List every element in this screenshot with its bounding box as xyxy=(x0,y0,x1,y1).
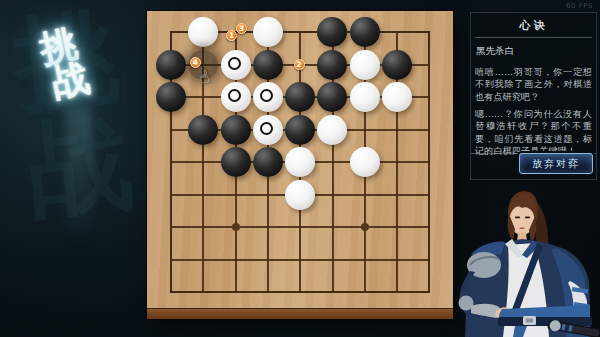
black-stone xyxy=(350,17,380,47)
board-wood-surface[interactable]: 1234☝ xyxy=(147,11,453,308)
intersection[interactable] xyxy=(155,243,187,276)
intersection xyxy=(381,81,413,114)
black-stone xyxy=(221,147,251,177)
intersection[interactable] xyxy=(413,211,445,244)
white-stone xyxy=(350,50,380,80)
intersection[interactable] xyxy=(413,146,445,179)
black-stone xyxy=(285,82,315,112)
intersection[interactable] xyxy=(252,211,284,244)
intersection[interactable] xyxy=(316,211,348,244)
intersection[interactable] xyxy=(155,276,187,309)
intersection[interactable] xyxy=(155,113,187,146)
panel-footer: 放弃对弈 xyxy=(471,149,596,154)
black-stone xyxy=(221,115,251,145)
intersection[interactable] xyxy=(316,276,348,309)
black-stone xyxy=(156,82,186,112)
intersection[interactable] xyxy=(219,178,251,211)
banner-background-calligraphy: 挑 xyxy=(7,0,125,137)
intersection[interactable] xyxy=(349,211,381,244)
intersection[interactable] xyxy=(381,178,413,211)
banner-background-calligraphy: 战 xyxy=(21,93,139,243)
black-stone xyxy=(253,147,283,177)
give-up-game-button[interactable]: 放弃对弈 xyxy=(519,153,593,174)
intersection xyxy=(219,146,251,179)
white-stone-marked xyxy=(253,82,283,112)
circle-mark-icon xyxy=(228,57,241,70)
intersection[interactable] xyxy=(381,146,413,179)
white-stone xyxy=(350,147,380,177)
intersection[interactable] xyxy=(349,113,381,146)
puzzle-objective: 黑先杀白 xyxy=(476,45,592,58)
black-stone xyxy=(317,17,347,47)
intersection[interactable] xyxy=(219,211,251,244)
intersection xyxy=(284,146,316,179)
intersection[interactable] xyxy=(187,276,219,309)
white-stone-marked xyxy=(221,82,251,112)
intersection[interactable] xyxy=(413,16,445,49)
intersection[interactable] xyxy=(413,48,445,81)
intersection[interactable] xyxy=(252,178,284,211)
banner-glow-streak xyxy=(66,106,92,246)
intersection xyxy=(284,113,316,146)
intersection[interactable] xyxy=(413,243,445,276)
intersection[interactable] xyxy=(349,276,381,309)
intersection[interactable] xyxy=(381,16,413,49)
intersection xyxy=(316,81,348,114)
intersection[interactable] xyxy=(413,178,445,211)
intersection[interactable] xyxy=(413,81,445,114)
black-stone xyxy=(188,115,218,145)
black-stone xyxy=(156,50,186,80)
intersection xyxy=(381,48,413,81)
circle-mark-icon xyxy=(260,122,273,135)
banner-char-challenge-1: 挑 xyxy=(35,19,82,76)
dialog-paragraph: 嘻嘻……羽哥哥，你一定想不到我除了画之外，对棋道也有点研究吧？ xyxy=(475,66,592,103)
white-stone xyxy=(382,82,412,112)
white-stone xyxy=(285,180,315,210)
move-hint-badge-4: 4 xyxy=(190,57,201,68)
black-stone xyxy=(382,50,412,80)
intersection[interactable] xyxy=(284,211,316,244)
white-stone xyxy=(188,17,218,47)
board-bevel-edge xyxy=(147,308,453,319)
intersection[interactable] xyxy=(219,276,251,309)
panel-divider xyxy=(475,37,592,38)
challenge-banner: 挑 战 挑 战 xyxy=(22,6,132,236)
intersection xyxy=(349,48,381,81)
intersection[interactable] xyxy=(252,276,284,309)
intersection[interactable] xyxy=(219,243,251,276)
intersection[interactable] xyxy=(284,243,316,276)
intersection[interactable] xyxy=(284,16,316,49)
white-stone xyxy=(253,17,283,47)
intersection[interactable] xyxy=(187,146,219,179)
intersection[interactable] xyxy=(284,276,316,309)
intersection xyxy=(155,48,187,81)
black-stone xyxy=(253,50,283,80)
intersection[interactable] xyxy=(316,243,348,276)
intersection[interactable] xyxy=(381,211,413,244)
intersection xyxy=(284,81,316,114)
intersection[interactable] xyxy=(349,178,381,211)
circle-mark-icon xyxy=(228,89,241,102)
intersection xyxy=(252,48,284,81)
black-stone xyxy=(317,50,347,80)
move-hint-badge-3: 3 xyxy=(236,23,247,34)
intersection xyxy=(252,16,284,49)
intersection[interactable] xyxy=(349,243,381,276)
intersection xyxy=(155,81,187,114)
intersection xyxy=(316,16,348,49)
intersection xyxy=(219,113,251,146)
intersection[interactable] xyxy=(155,16,187,49)
intersection[interactable] xyxy=(413,113,445,146)
intersection xyxy=(349,81,381,114)
intersection[interactable] xyxy=(155,211,187,244)
intersection xyxy=(349,146,381,179)
intersection[interactable] xyxy=(413,276,445,309)
white-stone xyxy=(350,82,380,112)
black-stone xyxy=(317,82,347,112)
move-hint-badge-1: 1 xyxy=(226,30,237,41)
go-board[interactable]: 1234☝ xyxy=(147,11,453,319)
intersection[interactable] xyxy=(381,276,413,309)
character-illustration xyxy=(438,185,600,337)
intersection[interactable] xyxy=(316,146,348,179)
intersection xyxy=(187,113,219,146)
intersection xyxy=(316,48,348,81)
intersection[interactable] xyxy=(155,178,187,211)
intersection[interactable] xyxy=(252,243,284,276)
panel-title: 心诀 xyxy=(475,18,592,33)
intersection xyxy=(252,81,284,114)
intersection[interactable] xyxy=(155,146,187,179)
white-stone xyxy=(317,115,347,145)
intersection[interactable] xyxy=(381,243,413,276)
black-stone xyxy=(285,115,315,145)
intersection xyxy=(219,81,251,114)
white-stone-marked xyxy=(253,115,283,145)
intersection xyxy=(252,146,284,179)
intersection[interactable] xyxy=(187,211,219,244)
fps-counter: 60 FPS xyxy=(566,2,593,10)
white-stone-marked xyxy=(221,50,251,80)
star-point xyxy=(361,223,369,231)
dialog-panel: 心诀 黑先杀白 嘻嘻……羽哥哥，你一定想不到我除了画之外，对棋道也有点研究吧？ … xyxy=(470,12,597,180)
white-stone xyxy=(285,147,315,177)
intersection[interactable] xyxy=(187,178,219,211)
intersection xyxy=(252,113,284,146)
intersection xyxy=(284,178,316,211)
game-screen: 挑 战 挑 战 60 FPS 1234☝ 心诀 黑先杀白 嘻嘻……羽哥哥，你一定… xyxy=(0,0,600,337)
banner-char-challenge-2: 战 xyxy=(47,53,94,110)
intersection[interactable] xyxy=(316,178,348,211)
move-hint-badge-2: 2 xyxy=(294,59,305,70)
star-point xyxy=(232,223,240,231)
intersection xyxy=(349,16,381,49)
intersection xyxy=(316,113,348,146)
intersection xyxy=(219,48,251,81)
intersection[interactable] xyxy=(187,243,219,276)
circle-mark-icon xyxy=(260,89,273,102)
intersection xyxy=(187,16,219,49)
intersection[interactable] xyxy=(381,113,413,146)
